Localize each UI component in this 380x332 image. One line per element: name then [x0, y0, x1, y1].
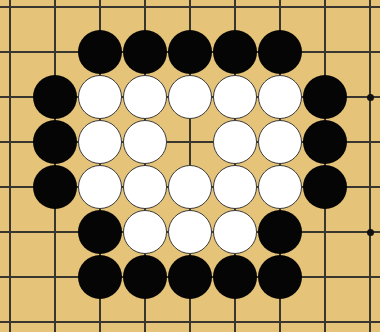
black-stone: [168, 30, 212, 74]
intersection-8-3[interactable]: [348, 120, 380, 165]
black-stone: [303, 75, 347, 119]
intersection-6-2[interactable]: [258, 75, 303, 120]
intersection-7-2[interactable]: [303, 75, 348, 120]
intersection-5-6[interactable]: [213, 255, 258, 300]
intersection-5-3[interactable]: [213, 120, 258, 165]
star-point: [367, 94, 374, 101]
intersection-1-7[interactable]: [33, 300, 78, 332]
intersection-2-1[interactable]: [78, 30, 123, 75]
intersection-7-6[interactable]: [303, 255, 348, 300]
intersection-5-7[interactable]: [213, 300, 258, 332]
intersection-2-3[interactable]: [78, 120, 123, 165]
intersection-3-2[interactable]: [123, 75, 168, 120]
black-stone: [303, 165, 347, 209]
black-stone: [78, 255, 122, 299]
intersection-5-5[interactable]: [213, 210, 258, 255]
intersection-0-5[interactable]: [0, 210, 33, 255]
white-stone: [258, 165, 302, 209]
white-stone: [78, 165, 122, 209]
intersection-6-5[interactable]: [258, 210, 303, 255]
intersection-2-6[interactable]: [78, 255, 123, 300]
intersection-8-1[interactable]: [348, 30, 380, 75]
black-stone: [213, 30, 257, 74]
intersection-6-7[interactable]: [258, 300, 303, 332]
intersection-8-4[interactable]: [348, 165, 380, 210]
black-stone: [33, 120, 77, 164]
white-stone: [213, 75, 257, 119]
intersection-2-5[interactable]: [78, 210, 123, 255]
go-board-grid: [0, 0, 380, 332]
intersection-3-4[interactable]: [123, 165, 168, 210]
intersection-0-4[interactable]: [0, 165, 33, 210]
intersection-6-4[interactable]: [258, 165, 303, 210]
star-point: [367, 229, 374, 236]
intersection-4-3[interactable]: [168, 120, 213, 165]
white-stone: [258, 120, 302, 164]
intersection-3-3[interactable]: [123, 120, 168, 165]
white-stone: [123, 75, 167, 119]
black-stone: [123, 30, 167, 74]
intersection-4-2[interactable]: [168, 75, 213, 120]
intersection-0-2[interactable]: [0, 75, 33, 120]
intersection-1-2[interactable]: [33, 75, 78, 120]
intersection-2-7[interactable]: [78, 300, 123, 332]
black-stone: [303, 120, 347, 164]
white-stone: [78, 75, 122, 119]
go-board: [0, 0, 380, 332]
intersection-7-0[interactable]: [303, 0, 348, 30]
intersection-0-6[interactable]: [0, 255, 33, 300]
white-stone: [168, 165, 212, 209]
intersection-1-0[interactable]: [33, 0, 78, 30]
black-stone: [213, 255, 257, 299]
white-stone: [168, 210, 212, 254]
intersection-8-2[interactable]: [348, 75, 380, 120]
black-stone: [33, 165, 77, 209]
intersection-6-0[interactable]: [258, 0, 303, 30]
intersection-1-4[interactable]: [33, 165, 78, 210]
intersection-3-1[interactable]: [123, 30, 168, 75]
intersection-4-7[interactable]: [168, 300, 213, 332]
intersection-6-1[interactable]: [258, 30, 303, 75]
white-stone: [123, 210, 167, 254]
intersection-1-5[interactable]: [33, 210, 78, 255]
intersection-0-7[interactable]: [0, 300, 33, 332]
intersection-4-4[interactable]: [168, 165, 213, 210]
intersection-0-1[interactable]: [0, 30, 33, 75]
intersection-8-7[interactable]: [348, 300, 380, 332]
intersection-7-3[interactable]: [303, 120, 348, 165]
intersection-5-1[interactable]: [213, 30, 258, 75]
intersection-0-0[interactable]: [0, 0, 33, 30]
white-stone: [213, 120, 257, 164]
black-stone: [33, 75, 77, 119]
intersection-5-2[interactable]: [213, 75, 258, 120]
intersection-1-1[interactable]: [33, 30, 78, 75]
white-stone: [123, 165, 167, 209]
white-stone: [168, 75, 212, 119]
intersection-3-0[interactable]: [123, 0, 168, 30]
intersection-8-0[interactable]: [348, 0, 380, 30]
black-stone: [168, 255, 212, 299]
white-stone: [258, 75, 302, 119]
black-stone: [258, 210, 302, 254]
intersection-2-4[interactable]: [78, 165, 123, 210]
intersection-4-6[interactable]: [168, 255, 213, 300]
intersection-1-3[interactable]: [33, 120, 78, 165]
intersection-5-4[interactable]: [213, 165, 258, 210]
intersection-4-1[interactable]: [168, 30, 213, 75]
intersection-6-3[interactable]: [258, 120, 303, 165]
intersection-7-7[interactable]: [303, 300, 348, 332]
intersection-2-0[interactable]: [78, 0, 123, 30]
white-stone: [123, 120, 167, 164]
intersection-6-6[interactable]: [258, 255, 303, 300]
black-stone: [123, 255, 167, 299]
intersection-8-6[interactable]: [348, 255, 380, 300]
black-stone: [78, 210, 122, 254]
white-stone: [213, 165, 257, 209]
intersection-7-5[interactable]: [303, 210, 348, 255]
white-stone: [78, 120, 122, 164]
black-stone: [78, 30, 122, 74]
intersection-8-5[interactable]: [348, 210, 380, 255]
intersection-5-0[interactable]: [213, 0, 258, 30]
intersection-3-6[interactable]: [123, 255, 168, 300]
intersection-4-0[interactable]: [168, 0, 213, 30]
intersection-7-4[interactable]: [303, 165, 348, 210]
intersection-0-3[interactable]: [0, 120, 33, 165]
black-stone: [258, 255, 302, 299]
black-stone: [258, 30, 302, 74]
intersection-4-5[interactable]: [168, 210, 213, 255]
white-stone: [213, 210, 257, 254]
intersection-1-6[interactable]: [33, 255, 78, 300]
intersection-3-7[interactable]: [123, 300, 168, 332]
intersection-7-1[interactable]: [303, 30, 348, 75]
intersection-3-5[interactable]: [123, 210, 168, 255]
intersection-2-2[interactable]: [78, 75, 123, 120]
